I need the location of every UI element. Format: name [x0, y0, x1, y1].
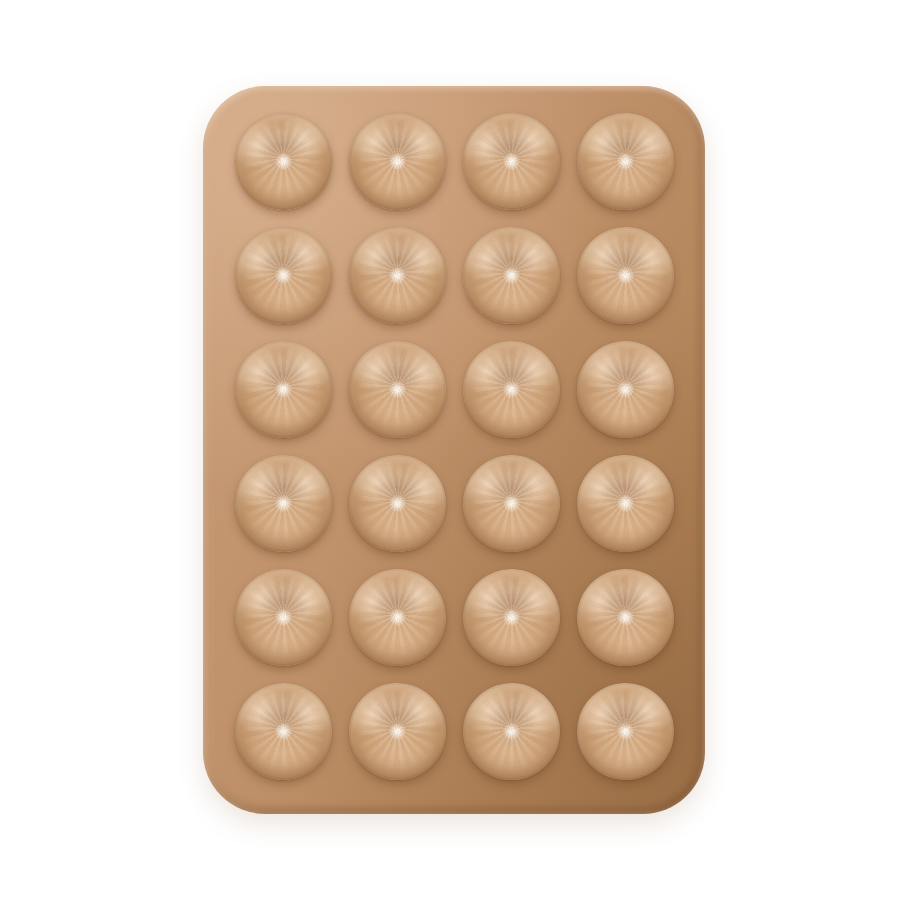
silicone-mat-board: [203, 86, 705, 814]
suction-dome: [348, 112, 447, 211]
suction-dome: [344, 564, 451, 671]
suction-dome: [572, 336, 679, 443]
grid-cell: [340, 674, 454, 788]
suction-dome: [571, 449, 679, 557]
grid-cell: [568, 674, 682, 788]
grid-cell: [226, 560, 340, 674]
grid-cell: [226, 674, 340, 788]
suction-dome: [459, 679, 563, 783]
grid-cell: [568, 104, 682, 218]
grid-cell: [454, 560, 568, 674]
suction-dome: [463, 455, 560, 552]
grid-cell: [340, 332, 454, 446]
grid-cell: [454, 674, 568, 788]
suction-dome: [345, 679, 449, 783]
grid-cell: [226, 104, 340, 218]
grid-cell: [568, 218, 682, 332]
suction-dome: [458, 108, 565, 215]
grid-cell: [568, 560, 682, 674]
suction-dome: [459, 223, 563, 327]
suction-dome: [572, 564, 677, 669]
grid-cell: [340, 218, 454, 332]
grid-cell: [454, 446, 568, 560]
suction-dome: [343, 449, 451, 557]
grid-cell: [454, 218, 568, 332]
grid-cell: [226, 218, 340, 332]
grid-cell: [340, 104, 454, 218]
grid-cell: [340, 446, 454, 560]
suction-dome: [574, 680, 676, 782]
grid-cell: [226, 446, 340, 560]
suction-dome: [461, 339, 561, 439]
suction-dome: [230, 222, 335, 327]
grid-cell: [454, 104, 568, 218]
suction-dome: [232, 338, 334, 440]
grid-cell: [340, 560, 454, 674]
dome-grid: [203, 86, 705, 788]
product-photo-canvas: [0, 0, 900, 900]
grid-cell: [568, 446, 682, 560]
suction-dome: [229, 107, 337, 215]
grid-cell: [454, 332, 568, 446]
suction-dome: [573, 223, 677, 327]
suction-dome: [575, 111, 675, 211]
grid-cell: [568, 332, 682, 446]
suction-dome: [461, 567, 561, 667]
suction-dome: [234, 454, 333, 553]
grid-cell: [226, 332, 340, 446]
suction-dome: [346, 224, 448, 326]
suction-dome: [232, 680, 334, 782]
suction-dome: [344, 336, 449, 441]
suction-dome: [234, 568, 333, 667]
